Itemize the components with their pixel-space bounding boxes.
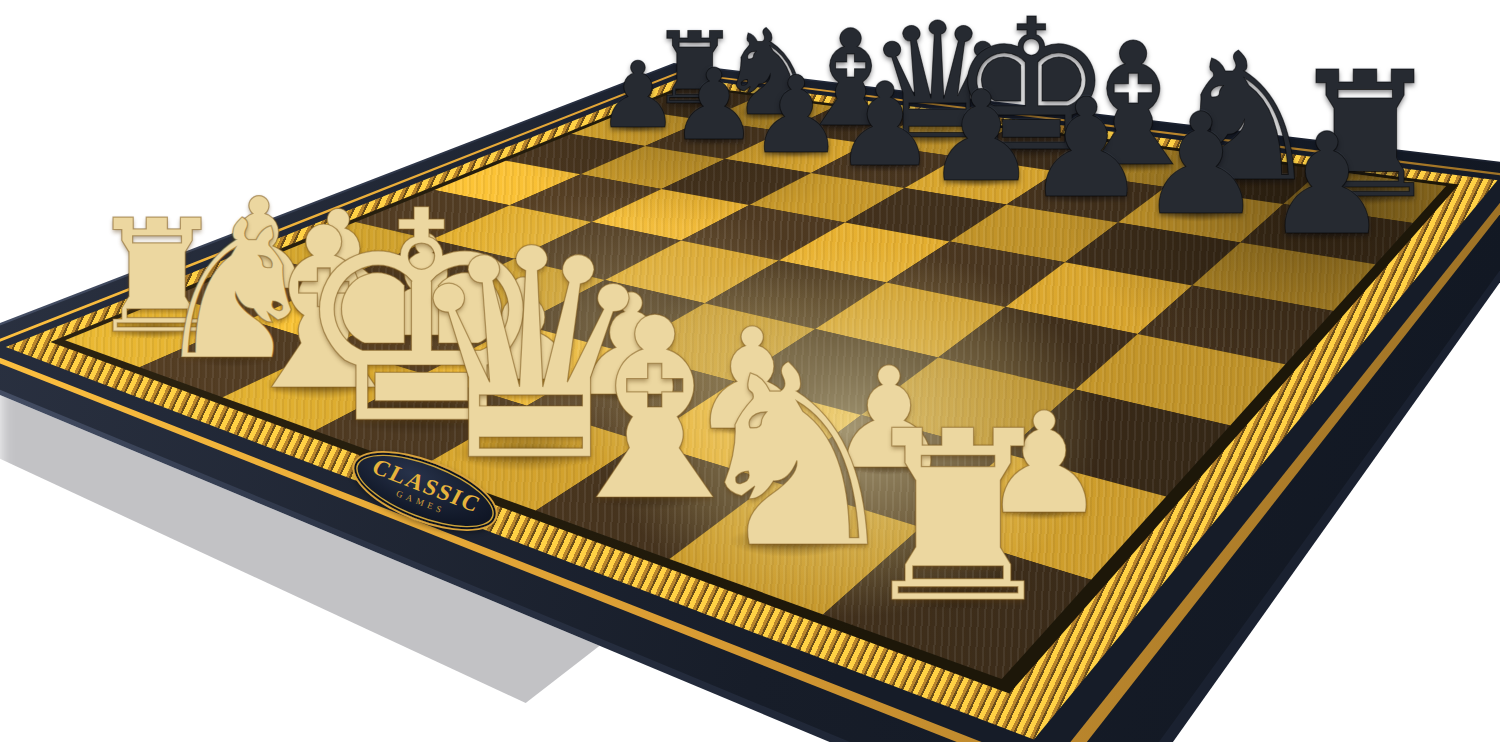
black-pawn-g7: ♟ [1138,96,1264,236]
chess-board: ♜♞♝♛♚♝♞♜♟♟♟♟♟♟♟♟♟♟♟♟♟♟♟♟♜♞♝♚♛♝♞♜ [0,0,1500,742]
black-pawn-d7: ♟ [833,68,936,183]
black-pawn-h7: ♟ [1264,115,1390,255]
white-rook-h1: ♜ [853,400,1064,635]
product-photo-scene: ♜♞♝♛♚♝♞♜♟♟♟♟♟♟♟♟♟♟♟♟♟♟♟♟♜♞♝♚♛♝♞♜ CLASSIC… [0,0,1500,742]
black-pawn-f7: ♟ [1025,81,1148,218]
black-pawn-c7: ♟ [748,62,843,169]
black-pawn-b7: ♟ [670,56,758,155]
black-pawn-e7: ♟ [925,74,1037,199]
black-pawn-a7: ♟ [597,50,679,142]
